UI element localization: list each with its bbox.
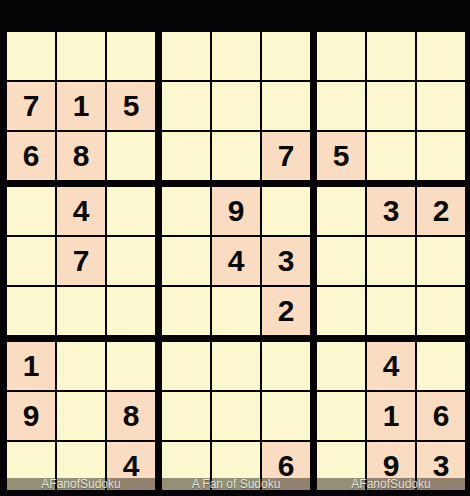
cell-r1c2[interactable]: [57, 32, 105, 80]
cell-r4c4[interactable]: [162, 187, 210, 235]
cell-r6c6[interactable]: 2: [262, 287, 310, 335]
cell-r3c6[interactable]: 7: [262, 132, 310, 180]
sudoku-puzzle-image: 7156875479432321984641693 AFanofSudoku A…: [0, 0, 470, 496]
cell-r4c1[interactable]: [7, 187, 55, 235]
cell-r8c4[interactable]: [162, 392, 210, 440]
cell-r4c9[interactable]: 2: [417, 187, 465, 235]
cell-r2c9[interactable]: [417, 82, 465, 130]
cell-r2c4[interactable]: [162, 82, 210, 130]
cell-r6c5[interactable]: [212, 287, 260, 335]
cell-r5c4[interactable]: [162, 237, 210, 285]
cell-r8c5[interactable]: [212, 392, 260, 440]
cell-r7c2[interactable]: [57, 342, 105, 390]
cell-r7c4[interactable]: [162, 342, 210, 390]
cell-r1c7[interactable]: [317, 32, 365, 80]
cell-r4c5[interactable]: 9: [212, 187, 260, 235]
cell-r7c1[interactable]: 1: [7, 342, 55, 390]
cell-r8c9[interactable]: 6: [417, 392, 465, 440]
sudoku-board: 7156875479432321984641693: [7, 32, 465, 490]
cell-r5c5[interactable]: 4: [212, 237, 260, 285]
cell-r6c7[interactable]: [317, 287, 365, 335]
cell-r3c4[interactable]: [162, 132, 210, 180]
cell-r2c8[interactable]: [367, 82, 415, 130]
watermark-text-right: AFanofSudoku: [351, 478, 430, 490]
cell-r6c2[interactable]: [57, 287, 105, 335]
box-2-2: 9432: [162, 187, 310, 335]
cell-r4c3[interactable]: [107, 187, 155, 235]
box-1-1: 71568: [7, 32, 155, 180]
cell-r8c3[interactable]: 8: [107, 392, 155, 440]
box-2-3: 32: [317, 187, 465, 335]
box-1-2: 7: [162, 32, 310, 180]
cell-r5c6[interactable]: 3: [262, 237, 310, 285]
cell-r3c9[interactable]: [417, 132, 465, 180]
watermark-bar-left: AFanofSudoku: [7, 478, 155, 490]
cell-r5c1[interactable]: [7, 237, 55, 285]
cell-r2c3[interactable]: 5: [107, 82, 155, 130]
cell-r2c1[interactable]: 7: [7, 82, 55, 130]
cell-r1c4[interactable]: [162, 32, 210, 80]
cell-r1c6[interactable]: [262, 32, 310, 80]
cell-r8c1[interactable]: 9: [7, 392, 55, 440]
cell-r5c2[interactable]: 7: [57, 237, 105, 285]
box-3-2: 6: [162, 342, 310, 490]
cell-r6c9[interactable]: [417, 287, 465, 335]
cell-r2c2[interactable]: 1: [57, 82, 105, 130]
cell-r3c3[interactable]: [107, 132, 155, 180]
cell-r8c2[interactable]: [57, 392, 105, 440]
cell-r3c7[interactable]: 5: [317, 132, 365, 180]
cell-r6c3[interactable]: [107, 287, 155, 335]
cell-r3c8[interactable]: [367, 132, 415, 180]
cell-r2c6[interactable]: [262, 82, 310, 130]
watermark-text-center: A Fan of Sudoku: [192, 478, 281, 490]
cell-r3c5[interactable]: [212, 132, 260, 180]
cell-r4c6[interactable]: [262, 187, 310, 235]
cell-r8c7[interactable]: [317, 392, 365, 440]
cell-r6c8[interactable]: [367, 287, 415, 335]
box-3-3: 41693: [317, 342, 465, 490]
cell-r7c5[interactable]: [212, 342, 260, 390]
cell-r4c8[interactable]: 3: [367, 187, 415, 235]
watermark-text-left: AFanofSudoku: [41, 478, 120, 490]
cell-r3c1[interactable]: 6: [7, 132, 55, 180]
cell-r7c7[interactable]: [317, 342, 365, 390]
cell-r5c9[interactable]: [417, 237, 465, 285]
cell-r1c9[interactable]: [417, 32, 465, 80]
cell-r6c1[interactable]: [7, 287, 55, 335]
cell-r4c7[interactable]: [317, 187, 365, 235]
cell-r7c6[interactable]: [262, 342, 310, 390]
cell-r2c7[interactable]: [317, 82, 365, 130]
watermark-bar-center: A Fan of Sudoku: [162, 478, 310, 490]
cell-r1c5[interactable]: [212, 32, 260, 80]
cell-r6c4[interactable]: [162, 287, 210, 335]
cell-r2c5[interactable]: [212, 82, 260, 130]
cell-r7c3[interactable]: [107, 342, 155, 390]
box-1-3: 5: [317, 32, 465, 180]
cell-r1c8[interactable]: [367, 32, 415, 80]
cell-r8c8[interactable]: 1: [367, 392, 415, 440]
cell-r4c2[interactable]: 4: [57, 187, 105, 235]
box-3-1: 1984: [7, 342, 155, 490]
cell-r5c3[interactable]: [107, 237, 155, 285]
cell-r8c6[interactable]: [262, 392, 310, 440]
cell-r7c8[interactable]: 4: [367, 342, 415, 390]
cell-r5c8[interactable]: [367, 237, 415, 285]
cell-r1c1[interactable]: [7, 32, 55, 80]
cell-r1c3[interactable]: [107, 32, 155, 80]
cell-r5c7[interactable]: [317, 237, 365, 285]
cell-r7c9[interactable]: [417, 342, 465, 390]
watermark-bar-right: AFanofSudoku: [317, 478, 465, 490]
cell-r3c2[interactable]: 8: [57, 132, 105, 180]
box-2-1: 47: [7, 187, 155, 335]
